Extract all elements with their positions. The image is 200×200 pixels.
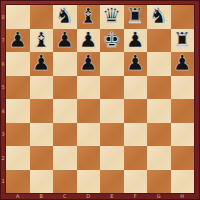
square-g6[interactable] xyxy=(147,52,171,76)
file-label-C: C xyxy=(53,193,77,200)
square-f3[interactable] xyxy=(124,123,148,147)
chess-board: ♞♝♛♜♞♟♝♟♟♚♟♜♟♟♟♟ xyxy=(6,5,194,193)
square-a8[interactable] xyxy=(6,5,30,29)
black-knight[interactable]: ♞ xyxy=(55,6,74,27)
square-a5[interactable] xyxy=(6,76,30,100)
square-g5[interactable] xyxy=(147,76,171,100)
square-h4[interactable] xyxy=(171,99,195,123)
square-c2[interactable] xyxy=(53,146,77,170)
square-f2[interactable] xyxy=(124,146,148,170)
square-a2[interactable] xyxy=(6,146,30,170)
file-label-D: D xyxy=(77,193,101,200)
rank-label-1: 1 xyxy=(0,179,6,184)
file-label-G: G xyxy=(147,193,171,200)
black-bishop[interactable]: ♝ xyxy=(79,6,98,27)
square-d2[interactable] xyxy=(77,146,101,170)
file-label-E: E xyxy=(100,193,124,200)
square-e5[interactable] xyxy=(100,76,124,100)
square-b5[interactable] xyxy=(30,76,54,100)
square-b8[interactable] xyxy=(30,5,54,29)
square-c8[interactable]: ♞ xyxy=(53,5,77,29)
square-c4[interactable] xyxy=(53,99,77,123)
square-e3[interactable] xyxy=(100,123,124,147)
square-h6[interactable]: ♟ xyxy=(171,52,195,76)
square-h1[interactable] xyxy=(171,170,195,194)
square-f6[interactable]: ♟ xyxy=(124,52,148,76)
square-d8[interactable]: ♝ xyxy=(77,5,101,29)
square-b3[interactable] xyxy=(30,123,54,147)
black-rook[interactable]: ♜ xyxy=(173,30,192,51)
square-d6[interactable]: ♟ xyxy=(77,52,101,76)
square-f5[interactable] xyxy=(124,76,148,100)
square-g4[interactable] xyxy=(147,99,171,123)
black-pawn[interactable]: ♟ xyxy=(79,30,98,51)
file-label-F: F xyxy=(124,193,148,200)
square-b4[interactable] xyxy=(30,99,54,123)
black-pawn[interactable]: ♟ xyxy=(32,53,51,74)
rank-label-3: 3 xyxy=(0,132,6,137)
rank-label-5: 5 xyxy=(0,85,6,90)
square-c5[interactable] xyxy=(53,76,77,100)
black-pawn[interactable]: ♟ xyxy=(126,53,145,74)
file-label-A: A xyxy=(6,193,30,200)
square-f8[interactable]: ♜ xyxy=(124,5,148,29)
rank-label-6: 6 xyxy=(0,62,6,67)
square-d3[interactable] xyxy=(77,123,101,147)
square-e8[interactable]: ♛ xyxy=(100,5,124,29)
black-bishop[interactable]: ♝ xyxy=(32,30,51,51)
square-b6[interactable]: ♟ xyxy=(30,52,54,76)
black-rook[interactable]: ♜ xyxy=(126,6,145,27)
square-a1[interactable] xyxy=(6,170,30,194)
square-g7[interactable] xyxy=(147,29,171,53)
square-c6[interactable] xyxy=(53,52,77,76)
square-h2[interactable] xyxy=(171,146,195,170)
square-b7[interactable]: ♝ xyxy=(30,29,54,53)
rank-label-4: 4 xyxy=(0,109,6,114)
square-e4[interactable] xyxy=(100,99,124,123)
square-e7[interactable]: ♚ xyxy=(100,29,124,53)
square-g2[interactable] xyxy=(147,146,171,170)
black-pawn[interactable]: ♟ xyxy=(55,30,74,51)
chess-board-frame: ♞♝♛♜♞♟♝♟♟♚♟♜♟♟♟♟ 87654321 ABCDEFGH xyxy=(0,0,200,200)
black-pawn[interactable]: ♟ xyxy=(79,53,98,74)
square-e6[interactable] xyxy=(100,52,124,76)
rank-label-7: 7 xyxy=(0,38,6,43)
square-a6[interactable] xyxy=(6,52,30,76)
rank-label-2: 2 xyxy=(0,156,6,161)
square-a3[interactable] xyxy=(6,123,30,147)
square-a4[interactable] xyxy=(6,99,30,123)
file-label-H: H xyxy=(171,193,195,200)
square-f7[interactable]: ♟ xyxy=(124,29,148,53)
black-queen[interactable]: ♛ xyxy=(102,6,121,27)
black-pawn[interactable]: ♟ xyxy=(126,30,145,51)
square-d1[interactable] xyxy=(77,170,101,194)
square-b2[interactable] xyxy=(30,146,54,170)
square-h3[interactable] xyxy=(171,123,195,147)
square-c1[interactable] xyxy=(53,170,77,194)
square-b1[interactable] xyxy=(30,170,54,194)
square-g3[interactable] xyxy=(147,123,171,147)
square-a7[interactable]: ♟ xyxy=(6,29,30,53)
square-g8[interactable]: ♞ xyxy=(147,5,171,29)
black-pawn[interactable]: ♟ xyxy=(8,30,27,51)
square-h7[interactable]: ♜ xyxy=(171,29,195,53)
square-e1[interactable] xyxy=(100,170,124,194)
black-knight[interactable]: ♞ xyxy=(149,6,168,27)
square-h8[interactable] xyxy=(171,5,195,29)
square-c3[interactable] xyxy=(53,123,77,147)
square-g1[interactable] xyxy=(147,170,171,194)
square-e2[interactable] xyxy=(100,146,124,170)
square-c7[interactable]: ♟ xyxy=(53,29,77,53)
black-pawn[interactable]: ♟ xyxy=(173,53,192,74)
square-d7[interactable]: ♟ xyxy=(77,29,101,53)
square-d5[interactable] xyxy=(77,76,101,100)
file-label-B: B xyxy=(30,193,54,200)
square-f4[interactable] xyxy=(124,99,148,123)
rank-label-8: 8 xyxy=(0,15,6,20)
black-king[interactable]: ♚ xyxy=(102,30,121,51)
square-f1[interactable] xyxy=(124,170,148,194)
square-d4[interactable] xyxy=(77,99,101,123)
square-h5[interactable] xyxy=(171,76,195,100)
